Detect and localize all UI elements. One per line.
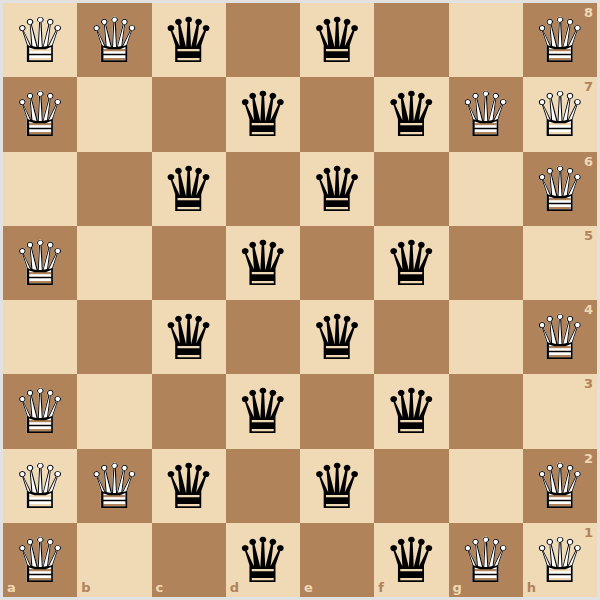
square-b2[interactable]: ♛♕ <box>77 449 151 523</box>
square-b4[interactable] <box>77 300 151 374</box>
square-b5[interactable] <box>77 226 151 300</box>
square-c2[interactable]: ♛ <box>152 449 226 523</box>
file-label-h: h <box>527 581 536 594</box>
white-queen[interactable]: ♛♕ <box>532 456 588 518</box>
square-f8[interactable] <box>374 3 448 77</box>
square-h6[interactable]: ♛♕6 <box>523 152 597 226</box>
square-g3[interactable] <box>449 374 523 448</box>
white-queen[interactable]: ♛♕ <box>458 530 514 592</box>
square-a6[interactable] <box>3 152 77 226</box>
square-b8[interactable]: ♛♕ <box>77 3 151 77</box>
white-queen[interactable]: ♛♕ <box>12 456 68 518</box>
chess-board: ♛♕♛♕♛♛♛♕8♛♕♛♛♛♕♛♕7♛♛♛♕6♛♕♛♛5♛♛♛♕4♛♕♛♛3♛♕… <box>3 3 597 597</box>
black-queen[interactable]: ♛ <box>384 84 440 146</box>
file-label-g: g <box>453 581 462 594</box>
file-label-c: c <box>156 581 164 594</box>
square-f2[interactable] <box>374 449 448 523</box>
square-c3[interactable] <box>152 374 226 448</box>
square-g7[interactable]: ♛♕ <box>449 77 523 151</box>
square-g2[interactable] <box>449 449 523 523</box>
square-e5[interactable] <box>300 226 374 300</box>
black-queen[interactable]: ♛ <box>161 456 217 518</box>
square-f5[interactable]: ♛ <box>374 226 448 300</box>
square-e3[interactable] <box>300 374 374 448</box>
square-e6[interactable]: ♛ <box>300 152 374 226</box>
black-queen[interactable]: ♛ <box>309 159 365 221</box>
white-queen[interactable]: ♛♕ <box>532 10 588 72</box>
square-h7[interactable]: ♛♕7 <box>523 77 597 151</box>
rank-label-2: 2 <box>584 452 593 465</box>
white-queen[interactable]: ♛♕ <box>12 10 68 72</box>
white-queen[interactable]: ♛♕ <box>12 84 68 146</box>
square-g8[interactable] <box>449 3 523 77</box>
square-d1[interactable]: ♛d <box>226 523 300 597</box>
square-e1[interactable]: e <box>300 523 374 597</box>
square-d4[interactable] <box>226 300 300 374</box>
rank-label-3: 3 <box>584 377 593 390</box>
black-queen[interactable]: ♛ <box>309 456 365 518</box>
square-b6[interactable] <box>77 152 151 226</box>
square-a2[interactable]: ♛♕ <box>3 449 77 523</box>
square-e7[interactable] <box>300 77 374 151</box>
black-queen[interactable]: ♛ <box>161 10 217 72</box>
square-c4[interactable]: ♛ <box>152 300 226 374</box>
square-h4[interactable]: ♛♕4 <box>523 300 597 374</box>
file-label-b: b <box>81 581 90 594</box>
square-d3[interactable]: ♛ <box>226 374 300 448</box>
square-a4[interactable] <box>3 300 77 374</box>
square-f4[interactable] <box>374 300 448 374</box>
black-queen[interactable]: ♛ <box>161 159 217 221</box>
square-f7[interactable]: ♛ <box>374 77 448 151</box>
square-c5[interactable] <box>152 226 226 300</box>
square-e8[interactable]: ♛ <box>300 3 374 77</box>
white-queen[interactable]: ♛♕ <box>87 456 143 518</box>
square-e4[interactable]: ♛ <box>300 300 374 374</box>
black-queen[interactable]: ♛ <box>384 530 440 592</box>
square-b3[interactable] <box>77 374 151 448</box>
square-g4[interactable] <box>449 300 523 374</box>
rank-label-8: 8 <box>584 6 593 19</box>
black-queen[interactable]: ♛ <box>309 307 365 369</box>
square-h2[interactable]: ♛♕2 <box>523 449 597 523</box>
square-a8[interactable]: ♛♕ <box>3 3 77 77</box>
black-queen[interactable]: ♛ <box>235 233 291 295</box>
square-g5[interactable] <box>449 226 523 300</box>
black-queen[interactable]: ♛ <box>161 307 217 369</box>
square-d2[interactable] <box>226 449 300 523</box>
square-b7[interactable] <box>77 77 151 151</box>
black-queen[interactable]: ♛ <box>384 381 440 443</box>
white-queen[interactable]: ♛♕ <box>532 159 588 221</box>
square-c6[interactable]: ♛ <box>152 152 226 226</box>
white-queen[interactable]: ♛♕ <box>87 10 143 72</box>
square-h8[interactable]: ♛♕8 <box>523 3 597 77</box>
rank-label-1: 1 <box>584 526 593 539</box>
square-a7[interactable]: ♛♕ <box>3 77 77 151</box>
black-queen[interactable]: ♛ <box>235 84 291 146</box>
square-c1[interactable]: c <box>152 523 226 597</box>
rank-label-6: 6 <box>584 155 593 168</box>
file-label-a: a <box>7 581 16 594</box>
black-queen[interactable]: ♛ <box>235 381 291 443</box>
white-queen[interactable]: ♛♕ <box>532 530 588 592</box>
rank-label-5: 5 <box>584 229 593 242</box>
board-frame: ♛♕♛♕♛♛♛♕8♛♕♛♛♛♕♛♕7♛♛♛♕6♛♕♛♛5♛♛♛♕4♛♕♛♛3♛♕… <box>0 0 600 600</box>
square-e2[interactable]: ♛ <box>300 449 374 523</box>
black-queen[interactable]: ♛ <box>309 10 365 72</box>
square-h5[interactable]: 5 <box>523 226 597 300</box>
square-g1[interactable]: ♛♕g <box>449 523 523 597</box>
square-a1[interactable]: ♛♕a <box>3 523 77 597</box>
square-h1[interactable]: ♛♕1h <box>523 523 597 597</box>
black-queen[interactable]: ♛ <box>235 530 291 592</box>
square-d8[interactable] <box>226 3 300 77</box>
square-f1[interactable]: ♛f <box>374 523 448 597</box>
square-f3[interactable]: ♛ <box>374 374 448 448</box>
square-c8[interactable]: ♛ <box>152 3 226 77</box>
white-queen[interactable]: ♛♕ <box>532 84 588 146</box>
black-queen[interactable]: ♛ <box>384 233 440 295</box>
white-queen[interactable]: ♛♕ <box>12 530 68 592</box>
white-queen[interactable]: ♛♕ <box>458 84 514 146</box>
square-d7[interactable]: ♛ <box>226 77 300 151</box>
file-label-f: f <box>378 581 384 594</box>
square-a3[interactable]: ♛♕ <box>3 374 77 448</box>
white-queen[interactable]: ♛♕ <box>12 381 68 443</box>
file-label-d: d <box>230 581 239 594</box>
white-queen[interactable]: ♛♕ <box>532 307 588 369</box>
square-d6[interactable] <box>226 152 300 226</box>
rank-label-4: 4 <box>584 303 593 316</box>
square-g6[interactable] <box>449 152 523 226</box>
white-queen[interactable]: ♛♕ <box>12 233 68 295</box>
square-c7[interactable] <box>152 77 226 151</box>
square-b1[interactable]: b <box>77 523 151 597</box>
square-h3[interactable]: 3 <box>523 374 597 448</box>
square-a5[interactable]: ♛♕ <box>3 226 77 300</box>
rank-label-7: 7 <box>584 80 593 93</box>
square-f6[interactable] <box>374 152 448 226</box>
file-label-e: e <box>304 581 313 594</box>
square-d5[interactable]: ♛ <box>226 226 300 300</box>
